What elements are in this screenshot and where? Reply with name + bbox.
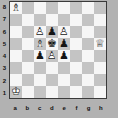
square-a1[interactable]: ♚♔ [10, 86, 22, 98]
file-label-h: h [95, 101, 107, 115]
square-d8[interactable] [46, 2, 58, 14]
black-pawn-piece: ♟ [34, 50, 46, 62]
square-f1[interactable] [70, 86, 82, 98]
square-f6[interactable] [70, 26, 82, 38]
white-bishop-piece: ♝♗ [10, 2, 22, 14]
chess-diagram: 87654321 ♝♗♟♙♟♟♙♝♗♚♟♛♕♟♟♙♟♚♔ abcdefgh [0, 0, 118, 118]
square-a7[interactable] [10, 14, 22, 26]
rank-label-1: 1 [0, 87, 9, 99]
square-g2[interactable] [82, 74, 94, 86]
chess-board[interactable]: ♝♗♟♙♟♟♙♝♗♚♟♛♕♟♟♙♟♚♔ [9, 1, 107, 99]
square-h8[interactable] [94, 2, 106, 14]
square-h1[interactable] [94, 86, 106, 98]
square-c3[interactable] [34, 62, 46, 74]
square-d3[interactable] [46, 62, 58, 74]
square-b5[interactable] [22, 38, 34, 50]
rank-label-6: 6 [0, 26, 9, 38]
rank-label-4: 4 [0, 50, 9, 62]
square-c1[interactable] [34, 86, 46, 98]
square-e2[interactable] [58, 74, 70, 86]
rank-label-8: 8 [0, 1, 9, 13]
square-h3[interactable] [94, 62, 106, 74]
square-g6[interactable] [82, 26, 94, 38]
square-b6[interactable] [22, 26, 34, 38]
square-a3[interactable] [10, 62, 22, 74]
rank-label-2: 2 [0, 75, 9, 87]
black-pawn-piece: ♟ [58, 50, 70, 62]
file-label-a: a [9, 101, 21, 115]
white-queen-piece: ♛♕ [94, 38, 106, 50]
square-g8[interactable] [82, 2, 94, 14]
file-label-d: d [46, 101, 58, 115]
square-f3[interactable] [70, 62, 82, 74]
square-f8[interactable] [70, 2, 82, 14]
square-g1[interactable] [82, 86, 94, 98]
square-a5[interactable] [10, 38, 22, 50]
square-h4[interactable] [94, 50, 106, 62]
file-label-f: f [70, 101, 82, 115]
square-a8[interactable]: ♝♗ [10, 2, 22, 14]
square-e3[interactable] [58, 62, 70, 74]
square-b8[interactable] [22, 2, 34, 14]
square-f2[interactable] [70, 74, 82, 86]
square-c4[interactable]: ♟ [34, 50, 46, 62]
square-b3[interactable] [22, 62, 34, 74]
square-f7[interactable] [70, 14, 82, 26]
square-a6[interactable] [10, 26, 22, 38]
rank-label-3: 3 [0, 62, 9, 74]
square-g3[interactable] [82, 62, 94, 74]
file-label-g: g [83, 101, 95, 115]
square-g4[interactable] [82, 50, 94, 62]
square-e1[interactable] [58, 86, 70, 98]
square-b2[interactable] [22, 74, 34, 86]
square-h5[interactable]: ♛♕ [94, 38, 106, 50]
file-label-b: b [21, 101, 33, 115]
square-b1[interactable] [22, 86, 34, 98]
square-h7[interactable] [94, 14, 106, 26]
square-e8[interactable] [58, 2, 70, 14]
square-d2[interactable] [46, 74, 58, 86]
square-c8[interactable] [34, 2, 46, 14]
square-g5[interactable] [82, 38, 94, 50]
square-f5[interactable] [70, 38, 82, 50]
square-d4[interactable]: ♟♙ [46, 50, 58, 62]
rank-label-7: 7 [0, 13, 9, 25]
square-a4[interactable] [10, 50, 22, 62]
rank-labels: 87654321 [0, 1, 9, 99]
rank-label-5: 5 [0, 38, 9, 50]
square-h2[interactable] [94, 74, 106, 86]
square-b4[interactable] [22, 50, 34, 62]
square-g7[interactable] [82, 14, 94, 26]
file-label-c: c [34, 101, 46, 115]
square-c2[interactable] [34, 74, 46, 86]
square-f4[interactable] [70, 50, 82, 62]
file-label-e: e [58, 101, 70, 115]
square-b7[interactable] [22, 14, 34, 26]
white-pawn-piece: ♟♙ [46, 50, 58, 62]
square-e4[interactable]: ♟ [58, 50, 70, 62]
square-d1[interactable] [46, 86, 58, 98]
white-king-piece: ♚♔ [10, 86, 22, 98]
file-labels: abcdefgh [9, 101, 107, 115]
